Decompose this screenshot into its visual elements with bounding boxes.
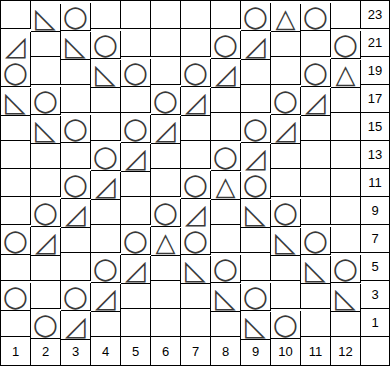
chart-cell-empty: [31, 253, 61, 281]
column-number-label: 7: [181, 337, 211, 366]
knitting-chart-grid: ◺○○△○23◿◺○○◿○21○◺○○◿○△19◺○○◿○◿17◺○○◿○◿15…: [0, 0, 390, 366]
chart-cell-empty: [271, 29, 301, 57]
chart-cell-empty: [121, 85, 151, 113]
symbol-circle: ○: [211, 255, 241, 283]
column-number-label: 4: [91, 337, 121, 366]
row-number-label: 17: [361, 85, 390, 113]
symbol-circle: ○: [271, 311, 301, 339]
row-number-label: 23: [361, 1, 390, 29]
chart-cell-empty: [301, 169, 331, 197]
column-number-label: 9: [241, 337, 271, 366]
chart-cell-empty: [1, 169, 31, 197]
chart-cell-empty: [31, 169, 61, 197]
chart-cell-empty: [271, 169, 301, 197]
chart-cell-empty: [301, 29, 331, 57]
chart-cell-empty: [151, 169, 181, 197]
symbol-lower-left-triangle: ◺: [331, 284, 361, 312]
chart-cell-empty: [181, 113, 211, 141]
chart-cell-empty: [331, 225, 361, 253]
chart-cell-empty: [31, 29, 61, 57]
chart-cell-empty: [1, 197, 31, 225]
symbol-lower-left-triangle: ◺: [271, 228, 301, 256]
symbol-lower-right-triangle: ◿: [241, 144, 271, 172]
chart-cell-empty: [331, 1, 361, 29]
symbol-up-triangle: △: [271, 4, 301, 32]
chart-cell-empty: [91, 85, 121, 113]
symbol-circle: ○: [301, 3, 331, 31]
symbol-circle: ○: [211, 31, 241, 59]
symbol-lower-left-triangle: ◺: [91, 60, 121, 88]
chart-cell-empty: [91, 225, 121, 253]
column-number-label: 1: [1, 337, 31, 366]
symbol-lower-right-triangle: ◿: [181, 88, 211, 116]
chart-cell-empty: [181, 281, 211, 309]
column-number-label: 8: [211, 337, 241, 366]
chart-cell-empty: [211, 309, 241, 337]
chart-cell-empty: [151, 1, 181, 29]
symbol-lower-right-triangle: ◿: [211, 60, 241, 88]
chart-cell-empty: [181, 309, 211, 337]
corner-cell: [361, 337, 390, 366]
symbol-circle: ○: [61, 115, 91, 143]
chart-cell-empty: [331, 113, 361, 141]
symbol-circle: ○: [241, 283, 271, 311]
chart-cell-empty: [181, 1, 211, 29]
row-number-label: 3: [361, 281, 390, 309]
chart-cell-empty: [331, 141, 361, 169]
symbol-lower-left-triangle: ◺: [1, 88, 31, 116]
chart-cell-empty: [211, 113, 241, 141]
symbol-circle: ○: [181, 227, 211, 255]
row-number-label: 1: [361, 309, 390, 337]
chart-cell-empty: [151, 253, 181, 281]
symbol-circle: ○: [31, 87, 61, 115]
column-number-label: 10: [271, 337, 301, 366]
column-number-label: 3: [61, 337, 91, 366]
symbol-circle: ○: [61, 3, 91, 31]
symbol-circle: ○: [91, 255, 121, 283]
chart-cell-empty: [181, 141, 211, 169]
symbol-circle: ○: [61, 171, 91, 199]
row-number-label: 7: [361, 225, 390, 253]
chart-cell-empty: [1, 309, 31, 337]
chart-cell-empty: [61, 141, 91, 169]
symbol-circle: ○: [61, 283, 91, 311]
symbol-circle: ○: [151, 87, 181, 115]
symbol-circle: ○: [1, 227, 31, 255]
chart-cell-empty: [211, 85, 241, 113]
chart-cell-empty: [1, 253, 31, 281]
chart-cell-empty: [271, 141, 301, 169]
chart-cell-empty: [1, 1, 31, 29]
chart-cell-empty: [301, 309, 331, 337]
symbol-circle: ○: [301, 227, 331, 255]
symbol-circle: ○: [331, 31, 361, 59]
chart-cell-empty: [91, 309, 121, 337]
row-number-label: 19: [361, 57, 390, 85]
symbol-circle: ○: [121, 227, 151, 255]
symbol-lower-right-triangle: ◿: [31, 228, 61, 256]
column-number-label: 11: [301, 337, 331, 366]
symbol-lower-left-triangle: ◺: [31, 116, 61, 144]
chart-cell-empty: [121, 197, 151, 225]
chart-cell-empty: [61, 253, 91, 281]
chart-cell-empty: [271, 253, 301, 281]
chart-cell-empty: [241, 253, 271, 281]
symbol-circle: ○: [151, 199, 181, 227]
symbol-circle: ○: [271, 87, 301, 115]
chart-cell-empty: [151, 141, 181, 169]
symbol-lower-right-triangle: ◿: [61, 200, 91, 228]
symbol-circle: ○: [271, 199, 301, 227]
chart-cell-empty: [301, 281, 331, 309]
column-number-label: 12: [331, 337, 361, 366]
chart-cell-empty: [301, 113, 331, 141]
row-number-label: 21: [361, 29, 390, 57]
chart-cell-empty: [121, 169, 151, 197]
symbol-circle: ○: [31, 199, 61, 227]
chart-cell-empty: [91, 1, 121, 29]
chart-cell-empty: [61, 225, 91, 253]
chart-cell-empty: [241, 57, 271, 85]
symbol-circle: ○: [331, 255, 361, 283]
chart-cell-empty: [301, 197, 331, 225]
symbol-circle: ○: [181, 59, 211, 87]
chart-cell-empty: [331, 309, 361, 337]
symbol-lower-right-triangle: ◿: [61, 312, 91, 340]
chart-cell-empty: [331, 169, 361, 197]
chart-cell-empty: [121, 29, 151, 57]
symbol-circle: ○: [121, 115, 151, 143]
chart-cell-empty: [31, 57, 61, 85]
chart-cell-empty: [1, 113, 31, 141]
chart-cell-empty: [331, 197, 361, 225]
symbol-circle: ○: [1, 283, 31, 311]
chart-cell-empty: [211, 225, 241, 253]
symbol-up-triangle: △: [151, 228, 181, 256]
symbol-circle: ○: [241, 115, 271, 143]
row-number-label: 11: [361, 169, 390, 197]
symbol-lower-right-triangle: ◿: [151, 116, 181, 144]
symbol-lower-right-triangle: ◿: [91, 284, 121, 312]
row-number-label: 9: [361, 197, 390, 225]
chart-cell-empty: [61, 57, 91, 85]
symbol-lower-left-triangle: ◺: [31, 4, 61, 32]
chart-cell-empty: [121, 309, 151, 337]
symbol-lower-left-triangle: ◺: [181, 256, 211, 284]
symbol-lower-left-triangle: ◺: [301, 256, 331, 284]
symbol-lower-right-triangle: ◿: [121, 256, 151, 284]
symbol-circle: ○: [31, 311, 61, 339]
symbol-circle: ○: [91, 143, 121, 171]
symbol-lower-right-triangle: ◿: [241, 32, 271, 60]
symbol-lower-right-triangle: ◿: [271, 116, 301, 144]
chart-cell-empty: [271, 281, 301, 309]
symbol-circle: ○: [91, 31, 121, 59]
column-number-label: 5: [121, 337, 151, 366]
row-number-label: 15: [361, 113, 390, 141]
chart-cell-empty: [211, 1, 241, 29]
chart-cell-empty: [121, 1, 151, 29]
chart-cell-empty: [91, 197, 121, 225]
chart-cell-empty: [181, 29, 211, 57]
chart-cell-empty: [331, 85, 361, 113]
symbol-lower-right-triangle: ◿: [301, 88, 331, 116]
chart-cell-empty: [61, 85, 91, 113]
symbol-lower-left-triangle: ◺: [241, 200, 271, 228]
chart-cell-empty: [211, 197, 241, 225]
row-number-label: 13: [361, 141, 390, 169]
chart-cell-empty: [241, 85, 271, 113]
symbol-lower-left-triangle: ◺: [61, 32, 91, 60]
symbol-lower-right-triangle: ◿: [1, 32, 31, 60]
chart-cell-empty: [151, 29, 181, 57]
column-number-label: 2: [31, 337, 61, 366]
symbol-circle: ○: [241, 3, 271, 31]
chart-cell-empty: [271, 57, 301, 85]
symbol-lower-left-triangle: ◺: [211, 284, 241, 312]
symbol-lower-right-triangle: ◿: [121, 144, 151, 172]
chart-cell-empty: [121, 281, 151, 309]
symbol-circle: ○: [241, 171, 271, 199]
chart-cell-empty: [1, 141, 31, 169]
chart-cell-empty: [241, 225, 271, 253]
symbol-circle: ○: [121, 59, 151, 87]
symbol-circle: ○: [181, 171, 211, 199]
symbol-up-triangle: △: [331, 60, 361, 88]
chart-cell-empty: [151, 281, 181, 309]
symbol-lower-right-triangle: ◿: [91, 172, 121, 200]
chart-cell-empty: [91, 113, 121, 141]
chart-cell-empty: [151, 309, 181, 337]
symbol-lower-right-triangle: ◿: [181, 200, 211, 228]
symbol-circle: ○: [211, 143, 241, 171]
symbol-circle: ○: [1, 59, 31, 87]
row-number-label: 5: [361, 253, 390, 281]
symbol-circle: ○: [301, 59, 331, 87]
chart-cell-empty: [31, 281, 61, 309]
symbol-up-triangle: △: [211, 172, 241, 200]
chart-cell-empty: [151, 57, 181, 85]
chart-cell-empty: [301, 141, 331, 169]
column-number-label: 6: [151, 337, 181, 366]
chart-cell-empty: [31, 141, 61, 169]
symbol-lower-left-triangle: ◺: [241, 312, 271, 340]
